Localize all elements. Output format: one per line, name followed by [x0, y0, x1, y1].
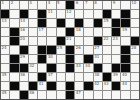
clue-number: 21: [66, 37, 71, 41]
black-cell: [1, 10, 9, 18]
clue-number: 31: [94, 55, 99, 59]
grid-cell[interactable]: 23: [112, 37, 120, 45]
grid-cell[interactable]: 4: [47, 1, 55, 9]
grid-cell[interactable]: [57, 91, 65, 99]
black-cell: [57, 19, 65, 27]
grid-cell[interactable]: 42: [94, 82, 102, 90]
grid-cell[interactable]: [47, 19, 55, 27]
clue-number: 44: [122, 82, 127, 86]
clue-number: 18: [76, 28, 81, 32]
grid-cell[interactable]: [103, 1, 111, 9]
black-cell: [10, 64, 18, 72]
grid-cell[interactable]: 19: [121, 28, 129, 36]
clue-number: 30: [48, 55, 53, 59]
grid-cell[interactable]: [10, 73, 18, 81]
grid-cell[interactable]: [1, 55, 9, 63]
grid-cell[interactable]: 47: [75, 91, 83, 99]
grid-cell[interactable]: [38, 37, 46, 45]
grid-cell[interactable]: 17: [38, 28, 46, 36]
grid-cell[interactable]: 13: [1, 19, 9, 27]
grid-cell[interactable]: 41: [38, 82, 46, 90]
grid-cell[interactable]: 33: [75, 64, 83, 72]
clue-number: 41: [39, 82, 44, 86]
grid-cell[interactable]: 6: [75, 1, 83, 9]
clue-number: 6: [76, 1, 79, 5]
black-cell: [66, 28, 74, 36]
grid-cell[interactable]: [84, 19, 92, 27]
black-cell: [66, 1, 74, 9]
clue-number: 33: [76, 64, 81, 68]
grid-cell[interactable]: [66, 19, 74, 27]
black-cell: [10, 82, 18, 90]
grid-cell[interactable]: 35: [1, 73, 9, 81]
black-cell: [121, 46, 129, 54]
grid-cell[interactable]: [29, 28, 37, 36]
grid-cell[interactable]: 43: [103, 82, 111, 90]
clue-number: 46: [29, 91, 34, 95]
black-cell: [20, 64, 28, 72]
grid-cell[interactable]: [84, 37, 92, 45]
grid-cell[interactable]: 8: [94, 1, 102, 9]
grid-cell[interactable]: [38, 1, 46, 9]
black-cell: [20, 91, 28, 99]
grid-cell[interactable]: 44: [121, 82, 129, 90]
grid-cell[interactable]: [29, 19, 37, 27]
black-cell: [121, 55, 129, 63]
black-cell: [112, 19, 120, 27]
grid-cell[interactable]: [103, 28, 111, 36]
black-cell: [66, 91, 74, 99]
clue-number: 25: [57, 46, 62, 50]
grid-cell[interactable]: 12: [66, 10, 74, 18]
black-cell: [103, 10, 111, 18]
black-cell: [29, 82, 37, 90]
black-cell: [66, 64, 74, 72]
grid-cell[interactable]: [57, 73, 65, 81]
grid-cell[interactable]: [47, 37, 55, 45]
grid-cell[interactable]: [94, 10, 102, 18]
grid-cell[interactable]: 10: [131, 1, 139, 9]
black-cell: [75, 19, 83, 27]
black-cell: [112, 64, 120, 72]
black-cell: [94, 19, 102, 27]
black-cell: [121, 19, 129, 27]
grid-cell[interactable]: [121, 37, 129, 45]
grid-cell[interactable]: 21: [66, 37, 74, 45]
clue-number: 27: [94, 46, 99, 50]
grid-cell[interactable]: 31: [94, 55, 102, 63]
grid-cell[interactable]: 11: [47, 10, 55, 18]
black-cell: [10, 37, 18, 45]
grid-cell[interactable]: [84, 73, 92, 81]
grid-cell[interactable]: [131, 91, 139, 99]
grid-cell[interactable]: [29, 37, 37, 45]
grid-cell[interactable]: [84, 91, 92, 99]
black-cell: [20, 46, 28, 54]
grid-cell[interactable]: 37: [47, 73, 55, 81]
grid-cell[interactable]: [20, 82, 28, 90]
grid-cell[interactable]: 28: [131, 46, 139, 54]
grid-cell[interactable]: 26: [75, 46, 83, 54]
grid-cell[interactable]: [10, 91, 18, 99]
grid-cell[interactable]: 24: [1, 46, 9, 54]
black-cell: [38, 19, 46, 27]
clue-number: 26: [76, 46, 81, 50]
grid-cell[interactable]: [112, 55, 120, 63]
grid-cell[interactable]: 15: [103, 19, 111, 27]
grid-cell[interactable]: [29, 10, 37, 18]
grid-cell[interactable]: 34: [84, 64, 92, 72]
grid-cell[interactable]: [103, 46, 111, 54]
clue-number: 45: [2, 91, 7, 95]
black-cell: [47, 46, 55, 54]
grid-cell[interactable]: [112, 10, 120, 18]
grid-cell[interactable]: [94, 91, 102, 99]
clue-number: 5: [57, 1, 60, 5]
grid-cell[interactable]: [57, 64, 65, 72]
grid-cell[interactable]: [10, 46, 18, 54]
black-cell: [10, 28, 18, 36]
clue-number: 17: [39, 28, 44, 32]
black-cell: [131, 37, 139, 45]
grid-cell[interactable]: 16: [20, 28, 28, 36]
grid-cell[interactable]: [47, 28, 55, 36]
black-cell: [94, 64, 102, 72]
grid-cell[interactable]: 1: [1, 1, 9, 9]
black-cell: [112, 82, 120, 90]
clue-number: 38: [94, 73, 99, 77]
grid-cell[interactable]: [131, 19, 139, 27]
grid-cell[interactable]: [29, 46, 37, 54]
grid-cell[interactable]: [38, 64, 46, 72]
grid-cell[interactable]: [1, 82, 9, 90]
grid-cell[interactable]: 32: [29, 64, 37, 72]
grid-cell[interactable]: 29: [20, 55, 28, 63]
grid-cell[interactable]: [131, 73, 139, 81]
grid-cell[interactable]: [75, 10, 83, 18]
grid-cell[interactable]: [112, 46, 120, 54]
clue-number: 19: [122, 28, 127, 32]
clue-number: 8: [94, 1, 97, 5]
grid-cell[interactable]: 27: [94, 46, 102, 54]
grid-cell[interactable]: [57, 28, 65, 36]
grid-cell[interactable]: [57, 10, 65, 18]
clue-number: 43: [103, 82, 108, 86]
grid-cell[interactable]: [131, 64, 139, 72]
black-cell: [66, 46, 74, 54]
grid-cell[interactable]: 3: [29, 1, 37, 9]
black-cell: [38, 73, 46, 81]
clue-number: 2: [11, 1, 14, 5]
clue-number: 4: [48, 1, 51, 5]
clue-number: 39: [113, 73, 118, 77]
black-cell: [112, 28, 120, 36]
black-cell: [84, 55, 92, 63]
black-cell: [38, 55, 46, 63]
clue-number: 7: [85, 1, 88, 5]
grid-cell[interactable]: [131, 55, 139, 63]
black-cell: [84, 82, 92, 90]
grid-cell[interactable]: [29, 73, 37, 81]
grid-cell[interactable]: [1, 64, 9, 72]
clue-number: 15: [103, 19, 108, 23]
clue-number: 36: [20, 73, 25, 77]
clue-number: 32: [29, 64, 34, 68]
grid-cell[interactable]: 40: [121, 73, 129, 81]
grid-cell[interactable]: 18: [75, 28, 83, 36]
grid-cell[interactable]: [103, 64, 111, 72]
grid-cell[interactable]: [121, 91, 129, 99]
clue-number: 12: [66, 10, 71, 14]
grid-cell[interactable]: [131, 82, 139, 90]
black-cell: [38, 46, 46, 54]
grid-cell[interactable]: [75, 73, 83, 81]
grid-cell[interactable]: [121, 1, 129, 9]
grid-cell[interactable]: [66, 73, 74, 81]
grid-cell[interactable]: 39: [112, 73, 120, 81]
black-cell: [94, 37, 102, 45]
grid-cell[interactable]: [103, 91, 111, 99]
clue-number: 34: [85, 64, 90, 68]
grid-cell[interactable]: [112, 91, 120, 99]
grid-cell[interactable]: [84, 46, 92, 54]
black-cell: [121, 64, 129, 72]
grid-cell[interactable]: [1, 37, 9, 45]
grid-cell[interactable]: 2: [10, 1, 18, 9]
grid-cell[interactable]: [38, 91, 46, 99]
grid-cell[interactable]: 36: [20, 73, 28, 81]
grid-cell[interactable]: [1, 28, 9, 36]
grid-cell[interactable]: 25: [57, 46, 65, 54]
grid-cell[interactable]: [75, 37, 83, 45]
grid-cell[interactable]: [20, 1, 28, 9]
grid-cell[interactable]: 45: [1, 91, 9, 99]
grid-cell[interactable]: 20: [20, 37, 28, 45]
grid-cell[interactable]: [47, 91, 55, 99]
grid-cell[interactable]: [57, 82, 65, 90]
grid-cell[interactable]: [57, 55, 65, 63]
crossword-board: 1234567891011121314151617181920212223242…: [0, 0, 140, 100]
clue-number: 40: [122, 73, 127, 77]
grid-cell[interactable]: 5: [57, 1, 65, 9]
clue-number: 16: [20, 28, 25, 32]
black-cell: [57, 37, 65, 45]
clue-number: 22: [103, 37, 108, 41]
clue-number: 35: [2, 73, 7, 77]
grid-cell[interactable]: [10, 10, 18, 18]
grid-cell[interactable]: 38: [94, 73, 102, 81]
grid-cell[interactable]: [131, 10, 139, 18]
grid-cell[interactable]: 7: [84, 1, 92, 9]
black-cell: [66, 82, 74, 90]
black-cell: [47, 64, 55, 72]
clue-number: 37: [48, 73, 53, 77]
clue-number: 9: [113, 1, 116, 5]
grid-cell[interactable]: [103, 55, 111, 63]
grid-cell[interactable]: [94, 28, 102, 36]
black-cell: [121, 10, 129, 18]
grid-cell[interactable]: 14: [20, 19, 28, 27]
grid-cell[interactable]: [131, 28, 139, 36]
grid-cell[interactable]: 46: [29, 91, 37, 99]
clue-number: 42: [94, 82, 99, 86]
clue-number: 11: [48, 10, 53, 14]
black-cell: [20, 10, 28, 18]
clue-number: 23: [113, 37, 118, 41]
black-cell: [103, 73, 111, 81]
clue-number: 20: [20, 37, 25, 41]
grid-cell[interactable]: [75, 82, 83, 90]
grid-cell[interactable]: 9: [112, 1, 120, 9]
clue-number: 28: [131, 46, 136, 50]
black-cell: [38, 10, 46, 18]
clue-number: 29: [20, 55, 25, 59]
clue-number: 13: [2, 19, 7, 23]
black-cell: [47, 82, 55, 90]
black-cell: [66, 55, 74, 63]
clue-number: 14: [20, 19, 25, 23]
clue-number: 1: [2, 1, 5, 5]
clue-number: 24: [2, 46, 7, 50]
clue-number: 47: [76, 91, 81, 95]
clue-number: 3: [29, 1, 32, 5]
grid-cell[interactable]: [29, 55, 37, 63]
grid-cell[interactable]: [75, 55, 83, 63]
grid-cell[interactable]: 30: [47, 55, 55, 63]
grid-cell[interactable]: 22: [103, 37, 111, 45]
grid-cell[interactable]: [84, 10, 92, 18]
grid-cell[interactable]: [84, 28, 92, 36]
black-cell: [10, 55, 18, 63]
grid-cell[interactable]: [10, 19, 18, 27]
clue-number: 10: [131, 1, 136, 5]
